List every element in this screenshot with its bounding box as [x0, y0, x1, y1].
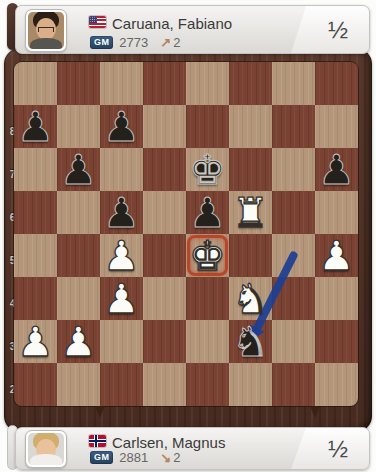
square-b8[interactable] — [57, 62, 100, 105]
square-a2[interactable]: ♟ — [14, 320, 57, 363]
square-d3[interactable] — [143, 277, 186, 320]
square-h5[interactable] — [315, 191, 358, 234]
square-c8[interactable] — [100, 62, 143, 105]
square-a5[interactable] — [14, 191, 57, 234]
square-e8[interactable] — [186, 62, 229, 105]
bottom-rating-trend: ↘ 2 — [160, 450, 180, 465]
square-g4[interactable] — [272, 234, 315, 277]
square-f8[interactable] — [229, 62, 272, 105]
square-h6[interactable]: ♟ — [315, 148, 358, 191]
top-rating-trend: ↗ 2 — [160, 35, 180, 50]
square-h2[interactable] — [315, 320, 358, 363]
chess-board[interactable]: ♟♟♟♚♟♟♟♜♟♚♟♟♞♟♟♞ — [14, 62, 358, 406]
square-e1[interactable] — [186, 363, 229, 406]
avatar-body — [30, 38, 62, 49]
square-a4[interactable] — [14, 234, 57, 277]
square-g1[interactable] — [272, 363, 315, 406]
square-e6[interactable]: ♚ — [186, 148, 229, 191]
square-b7[interactable] — [57, 105, 100, 148]
bottom-rating-trend-value: 2 — [173, 450, 180, 465]
square-f7[interactable] — [229, 105, 272, 148]
square-c2[interactable] — [100, 320, 143, 363]
white-pawn-b2[interactable]: ♟ — [57, 320, 100, 363]
square-g2[interactable] — [272, 320, 315, 363]
rating-up-icon: ↗ — [160, 35, 171, 50]
gm-title-badge: GM — [90, 451, 113, 464]
square-a7[interactable]: ♟ — [14, 105, 57, 148]
white-rook-f5[interactable]: ♜ — [229, 191, 272, 234]
square-g6[interactable] — [272, 148, 315, 191]
square-a8[interactable] — [14, 62, 57, 105]
white-pawn-a2[interactable]: ♟ — [14, 320, 57, 363]
top-player-bar[interactable]: ½ Caruana, Fabiano GM 2773 ↗ 2 — [15, 5, 370, 54]
gm-title-badge: GM — [90, 36, 113, 49]
square-c4[interactable]: ♟ — [100, 234, 143, 277]
black-pawn-a7[interactable]: ♟ — [14, 105, 57, 148]
top-player-name: Caruana, Fabiano — [112, 15, 232, 32]
square-f5[interactable]: ♜ — [229, 191, 272, 234]
square-b1[interactable] — [57, 363, 100, 406]
square-f1[interactable] — [229, 363, 272, 406]
black-pawn-b6[interactable]: ♟ — [57, 148, 100, 191]
white-pawn-c4[interactable]: ♟ — [100, 234, 143, 277]
square-d2[interactable] — [143, 320, 186, 363]
square-d4[interactable] — [143, 234, 186, 277]
frame-notch-left — [95, 406, 105, 418]
rating-down-icon: ↘ — [160, 450, 171, 465]
square-h7[interactable] — [315, 105, 358, 148]
black-knight-f2[interactable]: ♞ — [229, 320, 272, 363]
avatar-photo — [28, 12, 64, 49]
black-pawn-c5[interactable]: ♟ — [100, 191, 143, 234]
bottom-player-score: ½ — [328, 435, 348, 463]
avatar-body — [30, 454, 62, 465]
square-b4[interactable] — [57, 234, 100, 277]
usa-flag-icon — [89, 16, 106, 28]
square-a3[interactable] — [14, 277, 57, 320]
bottom-player-meta: GM 2881 ↘ 2 — [90, 450, 180, 465]
square-d8[interactable] — [143, 62, 186, 105]
square-c5[interactable]: ♟ — [100, 191, 143, 234]
square-e7[interactable] — [186, 105, 229, 148]
bottom-player-avatar — [25, 430, 67, 468]
square-e3[interactable] — [186, 277, 229, 320]
square-c3[interactable]: ♟ — [100, 277, 143, 320]
top-score-area: ½ — [287, 6, 369, 53]
norway-flag-icon — [89, 435, 106, 447]
square-b3[interactable] — [57, 277, 100, 320]
square-g7[interactable] — [272, 105, 315, 148]
square-d7[interactable] — [143, 105, 186, 148]
square-h4[interactable]: ♟ — [315, 234, 358, 277]
avatar-glasses — [38, 27, 54, 32]
square-h1[interactable] — [315, 363, 358, 406]
top-player-avatar — [25, 9, 67, 52]
square-c1[interactable] — [100, 363, 143, 406]
black-pawn-e5[interactable]: ♟ — [186, 191, 229, 234]
top-rating-trend-value: 2 — [173, 35, 180, 50]
black-pawn-c7[interactable]: ♟ — [100, 105, 143, 148]
white-king-e4[interactable]: ♚ — [186, 234, 229, 277]
square-d1[interactable] — [143, 363, 186, 406]
square-e4[interactable]: ♚ — [186, 234, 229, 277]
top-player-score: ½ — [328, 16, 348, 44]
square-b2[interactable]: ♟ — [57, 320, 100, 363]
square-a1[interactable] — [14, 363, 57, 406]
white-knight-f3[interactable]: ♞ — [229, 277, 272, 320]
broadcast-game-panel: 87654321 ABCDEFGH ♟♟♟♚♟♟♟♜♟♚♟♟♞♟♟♞ ½ Car… — [0, 0, 376, 472]
bottom-player-bar[interactable]: ½ Carlsen, Magnus GM 2881 ↘ 2 — [15, 427, 370, 470]
square-c7[interactable]: ♟ — [100, 105, 143, 148]
white-pawn-c3[interactable]: ♟ — [100, 277, 143, 320]
square-a6[interactable] — [14, 148, 57, 191]
square-e5[interactable]: ♟ — [186, 191, 229, 234]
black-king-e6[interactable]: ♚ — [186, 148, 229, 191]
square-h3[interactable] — [315, 277, 358, 320]
square-f4[interactable] — [229, 234, 272, 277]
square-g5[interactable] — [272, 191, 315, 234]
square-f2[interactable]: ♞ — [229, 320, 272, 363]
square-c6[interactable] — [100, 148, 143, 191]
black-pawn-h6[interactable]: ♟ — [315, 148, 358, 191]
square-e2[interactable] — [186, 320, 229, 363]
square-b6[interactable]: ♟ — [57, 148, 100, 191]
frame-notch-right — [310, 406, 320, 418]
bottom-player-rating: 2881 — [119, 450, 148, 465]
square-d6[interactable] — [143, 148, 186, 191]
square-f6[interactable] — [229, 148, 272, 191]
square-b5[interactable] — [57, 191, 100, 234]
square-d5[interactable] — [143, 191, 186, 234]
top-player-rating: 2773 — [119, 35, 148, 50]
square-g8[interactable] — [272, 62, 315, 105]
square-g3[interactable] — [272, 277, 315, 320]
square-f3[interactable]: ♞ — [229, 277, 272, 320]
square-h8[interactable] — [315, 62, 358, 105]
avatar-photo — [28, 433, 64, 465]
white-pawn-h4[interactable]: ♟ — [315, 234, 358, 277]
bottom-score-area: ½ — [287, 428, 369, 469]
top-player-meta: GM 2773 ↗ 2 — [90, 35, 180, 50]
bottom-player-name: Carlsen, Magnus — [112, 434, 225, 451]
